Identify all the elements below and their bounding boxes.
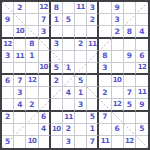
cell-r4c12[interactable] — [136, 39, 148, 51]
cell-r12c1[interactable]: 5 — [2, 136, 14, 148]
cell-r11c3[interactable] — [26, 124, 38, 136]
cell-r11c2[interactable] — [14, 124, 26, 136]
cell-r7c3[interactable]: 12 — [26, 75, 38, 87]
cell-r5c5[interactable] — [51, 51, 63, 63]
cell-r12c11[interactable]: 12 — [124, 136, 136, 148]
cell-r9c5[interactable] — [51, 99, 63, 111]
cell-r1c4[interactable]: 12 — [39, 2, 51, 14]
cell-r10c4[interactable]: 6 — [39, 112, 51, 124]
cell-r8c9[interactable]: 2 — [99, 87, 111, 99]
cell-r5c4[interactable] — [39, 51, 51, 63]
cell-r1c8[interactable]: 3 — [87, 2, 99, 14]
cell-r8c8[interactable] — [87, 87, 99, 99]
cell-r10c7[interactable] — [75, 112, 87, 124]
cell-r3c7[interactable] — [75, 26, 87, 38]
cell-r6c12[interactable]: 12 — [136, 63, 148, 75]
cell-r2c3[interactable] — [26, 14, 38, 26]
cell-r7c1[interactable]: 6 — [2, 75, 14, 87]
cell-r2c6[interactable]: 5 — [63, 14, 75, 26]
cell-r9c3[interactable]: 2 — [26, 99, 38, 111]
cell-r3c2[interactable]: 10 — [14, 26, 26, 38]
cell-r6c8[interactable] — [87, 63, 99, 75]
cell-r5c1[interactable]: 3 — [2, 51, 14, 63]
cell-r5c10[interactable] — [112, 51, 124, 63]
cell-r12c3[interactable]: 10 — [26, 136, 38, 148]
cell-r5c2[interactable]: 11 — [14, 51, 26, 63]
cell-r6c6[interactable]: 1 — [63, 63, 75, 75]
cell-r5c8[interactable] — [87, 51, 99, 63]
cell-r1c10[interactable]: 9 — [112, 2, 124, 14]
cell-r1c3[interactable] — [26, 2, 38, 14]
cell-r11c6[interactable]: 2 — [63, 124, 75, 136]
cell-r1c5[interactable]: 8 — [51, 2, 63, 14]
cell-r9c7[interactable]: 3 — [75, 99, 87, 111]
cell-r3c10[interactable]: 2 — [112, 26, 124, 38]
cell-r2c11[interactable] — [124, 14, 136, 26]
cell-r2c1[interactable]: 9 — [2, 14, 14, 26]
cell-r6c3[interactable] — [26, 63, 38, 75]
cell-r4c4[interactable] — [39, 39, 51, 51]
cell-r12c4[interactable] — [39, 136, 51, 148]
cell-r10c5[interactable] — [51, 112, 63, 124]
cell-r8c1[interactable] — [2, 87, 14, 99]
cell-r9c4[interactable] — [39, 99, 51, 111]
cell-r7c12[interactable] — [136, 75, 148, 87]
cell-r2c8[interactable]: 2 — [87, 14, 99, 26]
cell-r3c8[interactable] — [87, 26, 99, 38]
cell-r4c9[interactable] — [99, 39, 111, 51]
cell-r6c7[interactable] — [75, 63, 87, 75]
cell-r5c9[interactable]: 8 — [99, 51, 111, 63]
cell-r12c8[interactable]: 7 — [87, 136, 99, 148]
cell-r8c2[interactable]: 3 — [14, 87, 26, 99]
cell-r1c11[interactable] — [124, 2, 136, 14]
cell-r10c8[interactable]: 5 — [87, 112, 99, 124]
cell-r8c3[interactable] — [26, 87, 38, 99]
cell-r12c10[interactable] — [112, 136, 124, 148]
cell-r2c12[interactable] — [136, 14, 148, 26]
cell-r1c2[interactable]: 2 — [14, 2, 26, 14]
cell-r10c6[interactable]: 11 — [63, 112, 75, 124]
cell-r4c6[interactable] — [63, 39, 75, 51]
cell-r1c9[interactable] — [99, 2, 111, 14]
cell-r7c7[interactable]: 5 — [75, 75, 87, 87]
cell-r3c11[interactable]: 8 — [124, 26, 136, 38]
cell-r1c1[interactable] — [2, 2, 14, 14]
cell-r2c10[interactable]: 3 — [112, 14, 124, 26]
cell-r3c1[interactable] — [2, 26, 14, 38]
cell-r8c11[interactable]: 7 — [124, 87, 136, 99]
cell-r11c4[interactable]: 4 — [39, 124, 51, 136]
cell-r3c6[interactable] — [63, 26, 75, 38]
cell-r8c10[interactable] — [112, 87, 124, 99]
cell-r4c11[interactable] — [124, 39, 136, 51]
cell-r3c12[interactable]: 4 — [136, 26, 148, 38]
cell-r2c4[interactable]: 7 — [39, 14, 51, 26]
cell-r7c2[interactable]: 7 — [14, 75, 26, 87]
cell-r7c8[interactable] — [87, 75, 99, 87]
cell-r10c3[interactable] — [26, 112, 38, 124]
cell-r2c2[interactable] — [14, 14, 26, 26]
cell-r11c5[interactable]: 10 — [51, 124, 63, 136]
cell-r7c5[interactable]: 2 — [51, 75, 63, 87]
cell-r6c11[interactable] — [124, 63, 136, 75]
cell-r10c9[interactable]: 7 — [99, 112, 111, 124]
cell-r6c9[interactable]: 3 — [99, 63, 111, 75]
cell-r6c2[interactable] — [14, 63, 26, 75]
cell-r4c2[interactable] — [14, 39, 26, 51]
cell-r9c8[interactable] — [87, 99, 99, 111]
cell-r11c10[interactable]: 6 — [112, 124, 124, 136]
cell-r9c6[interactable] — [63, 99, 75, 111]
cell-r2c5[interactable]: 1 — [51, 14, 63, 26]
cell-r9c2[interactable]: 4 — [14, 99, 26, 111]
cell-r9c10[interactable]: 12 — [112, 99, 124, 111]
cell-r9c9[interactable] — [99, 99, 111, 111]
cell-r3c5[interactable] — [51, 26, 63, 38]
cell-r7c10[interactable]: 10 — [112, 75, 124, 87]
sudoku-board: 2128113997152310328412832113111896105131… — [0, 0, 150, 150]
cell-r2c9[interactable] — [99, 14, 111, 26]
cell-r4c8[interactable]: 11 — [87, 39, 99, 51]
cell-r10c1[interactable]: 2 — [2, 112, 14, 124]
cell-r5c12[interactable]: 6 — [136, 51, 148, 63]
cell-r12c6[interactable]: 3 — [63, 136, 75, 148]
cell-r6c4[interactable]: 10 — [39, 63, 51, 75]
cell-r12c12[interactable] — [136, 136, 148, 148]
cell-r4c7[interactable]: 2 — [75, 39, 87, 51]
cell-r11c7[interactable] — [75, 124, 87, 136]
cell-r12c9[interactable]: 11 — [99, 136, 111, 148]
cell-r7c4[interactable] — [39, 75, 51, 87]
cell-r5c3[interactable]: 1 — [26, 51, 38, 63]
cell-r11c1[interactable] — [2, 124, 14, 136]
cell-r5c6[interactable] — [63, 51, 75, 63]
cell-r10c10[interactable] — [112, 112, 124, 124]
cell-r8c6[interactable]: 4 — [63, 87, 75, 99]
cell-r1c7[interactable]: 11 — [75, 2, 87, 14]
cell-r3c3[interactable] — [26, 26, 38, 38]
cell-r4c3[interactable]: 8 — [26, 39, 38, 51]
cell-r2c7[interactable] — [75, 14, 87, 26]
cell-r12c7[interactable] — [75, 136, 87, 148]
cell-r3c4[interactable]: 3 — [39, 26, 51, 38]
cell-r11c12[interactable]: 5 — [136, 124, 148, 136]
cell-r4c1[interactable]: 12 — [2, 39, 14, 51]
cell-r9c11[interactable]: 5 — [124, 99, 136, 111]
cell-r11c9[interactable] — [99, 124, 111, 136]
cell-r6c5[interactable]: 5 — [51, 63, 63, 75]
cell-r11c8[interactable]: 1 — [87, 124, 99, 136]
cell-r6c1[interactable] — [2, 63, 14, 75]
cell-r11c11[interactable] — [124, 124, 136, 136]
cell-r1c6[interactable] — [63, 2, 75, 14]
cell-r5c7[interactable] — [75, 51, 87, 63]
cell-r6c10[interactable] — [112, 63, 124, 75]
cell-r8c12[interactable]: 11 — [136, 87, 148, 99]
cell-r1c12[interactable] — [136, 2, 148, 14]
cell-r10c12[interactable] — [136, 112, 148, 124]
cell-r12c2[interactable] — [14, 136, 26, 148]
cell-r8c5[interactable] — [51, 87, 63, 99]
cell-r7c9[interactable] — [99, 75, 111, 87]
cell-r12c5[interactable] — [51, 136, 63, 148]
cell-r10c11[interactable] — [124, 112, 136, 124]
cell-r3c9[interactable] — [99, 26, 111, 38]
cell-r4c5[interactable]: 3 — [51, 39, 63, 51]
cell-r10c2[interactable] — [14, 112, 26, 124]
cell-r7c6[interactable] — [63, 75, 75, 87]
cell-r9c12[interactable]: 9 — [136, 99, 148, 111]
cell-r9c1[interactable] — [2, 99, 14, 111]
cell-r5c11[interactable]: 9 — [124, 51, 136, 63]
cell-r7c11[interactable] — [124, 75, 136, 87]
cell-r8c4[interactable] — [39, 87, 51, 99]
cell-r8c7[interactable]: 1 — [75, 87, 87, 99]
cell-r4c10[interactable] — [112, 39, 124, 51]
